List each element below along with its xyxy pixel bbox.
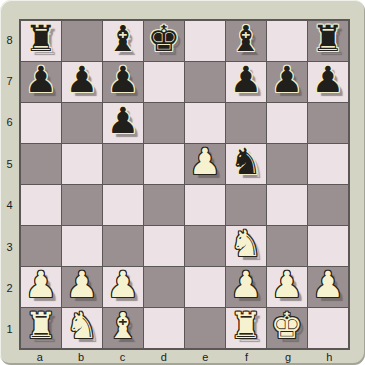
square-d4[interactable] <box>144 185 184 225</box>
square-a4[interactable] <box>21 185 61 225</box>
rank-label-3: 3 <box>0 226 19 267</box>
chess-board: ♜♝♚♝♜♟♟♟♟♟♟♟♟♞♞♟♟♟♟♟♟♜♞♝♜♚ <box>19 19 350 350</box>
piece-white-pawn[interactable]: ♟ <box>230 267 262 303</box>
square-e8[interactable] <box>185 21 225 61</box>
file-labels: abcdefgh <box>19 349 350 365</box>
square-h4[interactable] <box>308 185 348 225</box>
square-e5[interactable]: ♟ <box>185 144 225 184</box>
square-a2[interactable]: ♟ <box>21 267 61 307</box>
piece-white-pawn[interactable]: ♟ <box>312 267 344 303</box>
square-d3[interactable] <box>144 226 184 266</box>
square-d1[interactable] <box>144 308 184 348</box>
piece-white-king[interactable]: ♚ <box>271 308 303 344</box>
square-g1[interactable]: ♚ <box>267 308 307 348</box>
square-a5[interactable] <box>21 144 61 184</box>
piece-white-rook[interactable]: ♜ <box>230 308 262 344</box>
square-h5[interactable] <box>308 144 348 184</box>
square-e4[interactable] <box>185 185 225 225</box>
square-f7[interactable]: ♟ <box>226 62 266 102</box>
square-e1[interactable] <box>185 308 225 348</box>
file-label-f: f <box>226 349 267 365</box>
piece-black-pawn[interactable]: ♟ <box>230 62 262 98</box>
piece-white-pawn[interactable]: ♟ <box>66 267 98 303</box>
square-d7[interactable] <box>144 62 184 102</box>
square-c2[interactable]: ♟ <box>103 267 143 307</box>
square-d6[interactable] <box>144 103 184 143</box>
square-f3[interactable]: ♞ <box>226 226 266 266</box>
square-c6[interactable]: ♟ <box>103 103 143 143</box>
piece-black-rook[interactable]: ♜ <box>312 21 344 57</box>
rank-label-4: 4 <box>0 185 19 226</box>
square-g7[interactable]: ♟ <box>267 62 307 102</box>
rank-label-5: 5 <box>0 143 19 184</box>
square-c1[interactable]: ♝ <box>103 308 143 348</box>
piece-white-pawn[interactable]: ♟ <box>271 267 303 303</box>
rank-labels: 87654321 <box>0 19 19 350</box>
square-g8[interactable] <box>267 21 307 61</box>
piece-black-pawn[interactable]: ♟ <box>107 62 139 98</box>
square-b4[interactable] <box>62 185 102 225</box>
square-d2[interactable] <box>144 267 184 307</box>
piece-white-pawn[interactable]: ♟ <box>189 144 221 180</box>
piece-black-bishop[interactable]: ♝ <box>107 21 139 57</box>
file-label-e: e <box>185 349 226 365</box>
square-f1[interactable]: ♜ <box>226 308 266 348</box>
square-h7[interactable]: ♟ <box>308 62 348 102</box>
piece-black-rook[interactable]: ♜ <box>25 21 57 57</box>
square-h8[interactable]: ♜ <box>308 21 348 61</box>
square-a6[interactable] <box>21 103 61 143</box>
file-label-b: b <box>60 349 101 365</box>
square-c3[interactable] <box>103 226 143 266</box>
square-e6[interactable] <box>185 103 225 143</box>
piece-white-knight[interactable]: ♞ <box>230 226 262 262</box>
square-h3[interactable] <box>308 226 348 266</box>
square-f6[interactable] <box>226 103 266 143</box>
piece-black-bishop[interactable]: ♝ <box>230 21 262 57</box>
file-label-a: a <box>19 349 60 365</box>
piece-black-king[interactable]: ♚ <box>148 21 180 57</box>
square-e3[interactable] <box>185 226 225 266</box>
square-g3[interactable] <box>267 226 307 266</box>
square-b7[interactable]: ♟ <box>62 62 102 102</box>
square-h1[interactable] <box>308 308 348 348</box>
square-f2[interactable]: ♟ <box>226 267 266 307</box>
square-h2[interactable]: ♟ <box>308 267 348 307</box>
board-panel: 87654321 ♜♝♚♝♜♟♟♟♟♟♟♟♟♞♞♟♟♟♟♟♟♜♞♝♜♚ abcd… <box>0 0 365 365</box>
square-c7[interactable]: ♟ <box>103 62 143 102</box>
square-b6[interactable] <box>62 103 102 143</box>
rank-label-7: 7 <box>0 60 19 101</box>
square-a3[interactable] <box>21 226 61 266</box>
square-d5[interactable] <box>144 144 184 184</box>
file-label-c: c <box>102 349 143 365</box>
square-g4[interactable] <box>267 185 307 225</box>
square-c5[interactable] <box>103 144 143 184</box>
file-label-h: h <box>309 349 350 365</box>
square-g5[interactable] <box>267 144 307 184</box>
rank-label-2: 2 <box>0 267 19 308</box>
square-f8[interactable]: ♝ <box>226 21 266 61</box>
piece-white-knight[interactable]: ♞ <box>66 308 98 344</box>
file-label-g: g <box>267 349 308 365</box>
piece-black-pawn[interactable]: ♟ <box>312 62 344 98</box>
piece-white-bishop[interactable]: ♝ <box>107 308 139 344</box>
piece-black-knight[interactable]: ♞ <box>230 144 262 180</box>
square-g2[interactable]: ♟ <box>267 267 307 307</box>
square-g6[interactable] <box>267 103 307 143</box>
square-d8[interactable]: ♚ <box>144 21 184 61</box>
square-c4[interactable] <box>103 185 143 225</box>
square-a8[interactable]: ♜ <box>21 21 61 61</box>
square-f5[interactable]: ♞ <box>226 144 266 184</box>
rank-label-6: 6 <box>0 102 19 143</box>
square-b8[interactable] <box>62 21 102 61</box>
square-b5[interactable] <box>62 144 102 184</box>
piece-black-pawn[interactable]: ♟ <box>66 62 98 98</box>
rank-label-1: 1 <box>0 309 19 350</box>
piece-black-pawn[interactable]: ♟ <box>271 62 303 98</box>
square-e7[interactable] <box>185 62 225 102</box>
square-f4[interactable] <box>226 185 266 225</box>
square-b2[interactable]: ♟ <box>62 267 102 307</box>
piece-black-pawn[interactable]: ♟ <box>25 62 57 98</box>
square-b3[interactable] <box>62 226 102 266</box>
square-h6[interactable] <box>308 103 348 143</box>
square-a7[interactable]: ♟ <box>21 62 61 102</box>
rank-label-8: 8 <box>0 19 19 60</box>
square-a1[interactable]: ♜ <box>21 308 61 348</box>
piece-black-pawn[interactable]: ♟ <box>107 103 139 139</box>
square-b1[interactable]: ♞ <box>62 308 102 348</box>
piece-white-rook[interactable]: ♜ <box>25 308 57 344</box>
square-e2[interactable] <box>185 267 225 307</box>
file-label-d: d <box>143 349 184 365</box>
square-c8[interactable]: ♝ <box>103 21 143 61</box>
piece-white-pawn[interactable]: ♟ <box>107 267 139 303</box>
piece-white-pawn[interactable]: ♟ <box>25 267 57 303</box>
